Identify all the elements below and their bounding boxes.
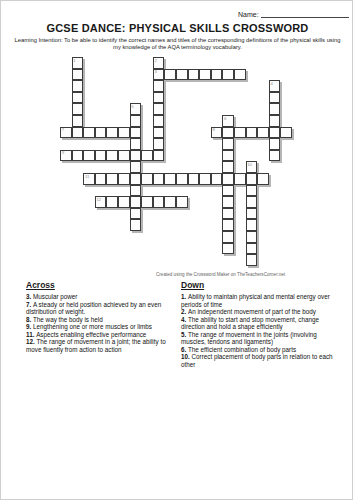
grid-cell[interactable] [222,231,234,243]
grid-cell[interactable] [269,150,281,162]
name-blank-line[interactable] [261,10,349,18]
clue-number: 7. [26,301,33,308]
learning-intention: Learning Intention: To be able to identi… [11,37,344,51]
clue-item: 6. The efficient combination of body par… [181,346,339,354]
grid-cell[interactable] [141,150,153,162]
grid-cell[interactable] [211,173,223,185]
grid-cell[interactable] [118,150,130,162]
grid-cell[interactable] [130,173,142,185]
grid-cell[interactable] [246,231,258,243]
grid-cell[interactable] [269,138,281,150]
grid-cell[interactable]: 4 [269,80,281,92]
grid-cell[interactable] [246,127,258,139]
grid-cell[interactable] [130,161,142,173]
grid-cell[interactable] [222,196,234,208]
clue-number: 10. [181,353,192,360]
grid-cell[interactable] [153,196,165,208]
clue-item: 2. An independent movement of part of th… [181,308,339,316]
across-clues-section: Across 3. Muscular power7. A steady or h… [26,280,178,353]
grid-cell[interactable] [153,150,165,162]
grid-cell[interactable] [72,127,84,139]
grid-cell[interactable] [199,173,211,185]
cell-number: 12 [96,197,101,202]
grid-cell[interactable] [106,150,118,162]
grid-cell[interactable] [222,243,234,255]
grid-cell[interactable] [130,196,142,208]
clue-number: 9. [26,323,33,330]
grid-cell[interactable] [246,196,258,208]
clue-number: 5. [181,331,188,338]
grid-cell[interactable] [246,185,258,197]
learning-intention-line2: my knowledge of the AQA terminology voca… [11,44,344,51]
grid-cell[interactable] [141,173,153,185]
clue-number: 3. [26,293,33,300]
grid-cell[interactable] [153,173,165,185]
grid-cell[interactable] [188,173,200,185]
grid-cell[interactable] [222,150,234,162]
grid-cell[interactable] [130,138,142,150]
grid-cell[interactable]: 12 [95,196,107,208]
clue-text: The efficient combination of body parts [188,346,296,353]
cell-number: 2 [154,58,156,63]
grid-cell[interactable] [246,243,258,255]
grid-cell[interactable] [153,127,165,139]
clue-item: 3. Muscular power [26,293,178,301]
across-heading: Across [26,280,178,290]
grid-cell[interactable] [153,115,165,127]
grid-cell[interactable] [176,69,188,81]
grid-cell[interactable] [211,69,223,81]
grid-cell[interactable] [222,219,234,231]
grid-cell[interactable] [222,127,234,139]
grid-cell[interactable] [72,69,84,81]
clue-text: The ability to start and stop movement, … [181,316,319,331]
grid-cell[interactable] [222,185,234,197]
grid-cell[interactable]: 1 [72,57,84,69]
grid-cell[interactable] [257,173,269,185]
grid-cell[interactable] [234,173,246,185]
clue-item: 10. Correct placement of body parts in r… [181,353,339,368]
grid-cell[interactable] [153,103,165,115]
grid-cell[interactable]: 8 [211,127,223,139]
clue-text: Correct placement of body parts in relat… [181,353,333,368]
clue-number: 4. [181,316,188,323]
grid-cell[interactable] [269,92,281,104]
grid-cell[interactable] [234,69,246,81]
grid-cell[interactable] [153,92,165,104]
grid-cell[interactable] [176,196,188,208]
clue-item: 12. The range of movement in a joint; th… [26,338,178,353]
grid-cell[interactable] [118,173,130,185]
grid-cell[interactable] [222,138,234,150]
down-clue-list: 1. Ability to maintain physical and ment… [181,293,339,368]
learning-intention-line1: Learning Intention: To be able to identi… [11,37,344,44]
clue-text: The way the body is held [33,316,103,323]
grid-cell[interactable] [246,219,258,231]
clue-text: A steady or held position achieved by an… [26,301,161,316]
clue-text: Ability to maintain physical and mental … [181,293,330,308]
grid-cell[interactable] [257,127,269,139]
clue-text: Muscular power [33,293,77,300]
down-heading: Down [181,280,339,290]
grid-cell[interactable] [246,173,258,185]
page-title: GCSE DANCE: PHYSICAL SKILLS CROSSWORD [1,22,353,34]
grid-cell[interactable]: 9 [60,150,72,162]
name-row: Name: [238,10,349,18]
grid-cell[interactable] [199,69,211,81]
cell-number: 10 [247,162,252,167]
grid-cell[interactable] [72,92,84,104]
grid-cell[interactable] [164,196,176,208]
grid-cell[interactable] [269,115,281,127]
clue-item: 1. Ability to maintain physical and ment… [181,293,339,308]
grid-cell[interactable] [95,127,107,139]
clue-text: The range of movement in a joint; the ab… [26,338,166,353]
grid-cell[interactable] [130,150,142,162]
grid-cell[interactable] [130,208,142,220]
clue-number: 2. [181,308,188,315]
grid-cell[interactable]: 5 [130,103,142,115]
grid-cell[interactable] [234,127,246,139]
grid-cell[interactable] [246,208,258,220]
clue-number: 6. [181,346,188,353]
clue-number: 8. [26,316,33,323]
grid-cell[interactable]: 10 [246,161,258,173]
grid-cell[interactable] [130,127,142,139]
grid-cell[interactable] [130,185,142,197]
grid-cell[interactable] [118,127,130,139]
name-label: Name: [238,11,259,18]
clue-text: Aspects enabling effective performance [36,331,146,338]
grid-cell[interactable] [153,80,165,92]
grid-cell[interactable]: 6 [222,115,234,127]
clue-number: 12. [26,338,37,345]
grid-cell[interactable]: 11 [83,173,95,185]
clue-item: 4. The ability to start and stop movemen… [181,316,339,331]
clue-number: 1. [181,293,188,300]
clue-text: An independent movement of part of the b… [188,308,316,315]
grid-cell[interactable] [130,115,142,127]
grid-cell[interactable] [222,69,234,81]
clue-item: 5. The range of movement in the joints (… [181,331,339,346]
grid-cell[interactable] [106,173,118,185]
grid-cell[interactable] [130,219,142,231]
clue-text: Lengthening one or more muscles or limbs [33,323,152,330]
grid-cell[interactable] [95,150,107,162]
cell-number: 9 [62,150,64,155]
grid-cell[interactable] [106,127,118,139]
grid-cell[interactable] [83,150,95,162]
cell-number: 5 [131,104,133,109]
grid-cell[interactable] [176,173,188,185]
grid-cell[interactable] [95,173,107,185]
grid-cell[interactable] [83,127,95,139]
cell-number: 11 [85,174,89,179]
grid-cell[interactable] [164,173,176,185]
grid-cell[interactable] [269,103,281,115]
grid-cell[interactable] [72,80,84,92]
grid-cell[interactable] [153,138,165,150]
grid-cell[interactable] [72,103,84,115]
cell-number: 7 [62,127,64,132]
clue-item: 9. Lengthening one or more muscles or li… [26,323,178,331]
grid-cell[interactable] [269,127,281,139]
clue-item: 8. The way the body is held [26,316,178,324]
cell-number: 4 [270,81,272,86]
cell-number: 6 [224,116,226,121]
grid-cell[interactable] [222,161,234,173]
grid-cell[interactable] [164,69,176,81]
worksheet-page: Name: GCSE DANCE: PHYSICAL SKILLS CROSSW… [0,0,353,500]
across-clue-list: 3. Muscular power7. A steady or held pos… [26,293,178,353]
cell-number: 3 [154,69,156,74]
credit-line: Created using the Crossword Maker on The… [156,272,285,277]
grid-cell[interactable] [280,127,292,139]
grid-cell[interactable]: 2 [153,57,165,69]
clue-item: 11. Aspects enabling effective performan… [26,331,178,339]
grid-cell[interactable] [222,173,234,185]
down-clues-section: Down 1. Ability to maintain physical and… [181,280,339,368]
cell-number: 8 [212,127,214,132]
grid-cell[interactable] [188,69,200,81]
cell-number: 1 [73,58,75,63]
grid-cell[interactable] [246,254,258,266]
clue-text: The range of movement in the joints (inv… [181,331,317,346]
grid-cell[interactable] [141,196,153,208]
grid-cell[interactable] [106,196,118,208]
grid-cell[interactable] [72,150,84,162]
grid-cell[interactable] [222,208,234,220]
grid-cell[interactable] [72,115,84,127]
grid-cell[interactable]: 7 [60,127,72,139]
clue-item: 7. A steady or held position achieved by… [26,301,178,316]
grid-cell[interactable] [118,196,130,208]
grid-cell[interactable]: 3 [153,69,165,81]
clue-number: 11. [26,331,36,338]
